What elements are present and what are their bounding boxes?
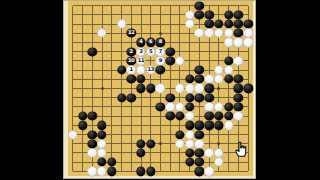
board-intersection[interactable] — [195, 10, 205, 19]
board-intersection[interactable] — [68, 65, 78, 74]
board-intersection[interactable] — [234, 102, 244, 111]
board-intersection[interactable] — [156, 93, 166, 102]
board-intersection[interactable] — [107, 38, 117, 47]
board-intersection[interactable] — [234, 121, 244, 130]
board-intersection[interactable] — [234, 75, 244, 84]
board-intersection[interactable] — [107, 47, 117, 56]
board-intersection[interactable] — [107, 102, 117, 111]
board-intersection[interactable]: 13 — [146, 65, 156, 74]
board-intersection[interactable] — [165, 75, 175, 84]
board-intersection[interactable] — [214, 130, 224, 139]
board-intersection[interactable] — [156, 19, 166, 28]
board-intersection[interactable] — [126, 158, 136, 167]
board-intersection[interactable] — [175, 47, 185, 56]
board-intersection[interactable] — [204, 121, 214, 130]
board-intersection[interactable] — [195, 75, 205, 84]
board-intersection[interactable] — [175, 158, 185, 167]
board-intersection[interactable] — [156, 29, 166, 38]
board-intersection[interactable] — [243, 1, 253, 10]
board-intersection[interactable] — [117, 112, 127, 121]
board-intersection[interactable] — [136, 10, 146, 19]
board-intersection[interactable] — [87, 158, 97, 167]
board-intersection[interactable] — [214, 167, 224, 176]
board-intersection[interactable] — [107, 19, 117, 28]
board-intersection[interactable] — [243, 10, 253, 19]
board-intersection[interactable] — [117, 75, 127, 84]
board-intersection[interactable] — [68, 112, 78, 121]
board-intersection[interactable] — [165, 47, 175, 56]
board-intersection[interactable] — [175, 29, 185, 38]
board-intersection[interactable] — [243, 93, 253, 102]
board-intersection[interactable] — [107, 56, 117, 65]
board-intersection[interactable] — [195, 102, 205, 111]
board-intersection[interactable] — [185, 75, 195, 84]
board-intersection[interactable] — [165, 130, 175, 139]
board-intersection[interactable] — [214, 121, 224, 130]
board-intersection[interactable] — [243, 130, 253, 139]
board-intersection[interactable]: 12 — [126, 29, 136, 38]
board-intersection[interactable] — [146, 130, 156, 139]
board-intersection[interactable] — [136, 29, 146, 38]
board-intersection[interactable] — [126, 10, 136, 19]
board-intersection[interactable] — [97, 130, 107, 139]
board-intersection[interactable] — [117, 19, 127, 28]
board-intersection[interactable] — [136, 139, 146, 148]
board-intersection[interactable] — [136, 1, 146, 10]
board-intersection[interactable] — [165, 148, 175, 157]
board-intersection[interactable] — [234, 10, 244, 19]
board-intersection[interactable] — [195, 29, 205, 38]
board-intersection[interactable] — [126, 112, 136, 121]
board-intersection[interactable] — [214, 148, 224, 157]
board-intersection[interactable] — [97, 93, 107, 102]
board-intersection[interactable] — [107, 10, 117, 19]
board-intersection[interactable] — [224, 93, 234, 102]
board-intersection[interactable]: 7 — [156, 47, 166, 56]
board-intersection[interactable] — [126, 84, 136, 93]
board-intersection[interactable] — [234, 167, 244, 176]
board-intersection[interactable] — [117, 1, 127, 10]
board-intersection[interactable] — [78, 75, 88, 84]
board-intersection[interactable]: 2 — [126, 47, 136, 56]
board-intersection[interactable] — [214, 84, 224, 93]
board-intersection[interactable] — [165, 65, 175, 74]
board-intersection[interactable] — [175, 38, 185, 47]
board-intersection[interactable] — [97, 29, 107, 38]
board-intersection[interactable] — [165, 158, 175, 167]
board-intersection[interactable] — [68, 84, 78, 93]
board-intersection[interactable] — [224, 112, 234, 121]
board-intersection[interactable]: 8 — [156, 38, 166, 47]
board-intersection[interactable] — [195, 1, 205, 10]
board-intersection[interactable] — [204, 158, 214, 167]
board-intersection[interactable] — [97, 112, 107, 121]
board-intersection[interactable] — [185, 148, 195, 157]
board-intersection[interactable] — [136, 84, 146, 93]
board-intersection[interactable] — [204, 38, 214, 47]
board-intersection[interactable] — [107, 167, 117, 176]
board-intersection[interactable] — [156, 158, 166, 167]
board-intersection[interactable] — [126, 93, 136, 102]
board-intersection[interactable] — [195, 121, 205, 130]
board-intersection[interactable] — [146, 19, 156, 28]
board-intersection[interactable] — [68, 29, 78, 38]
board-intersection[interactable] — [165, 10, 175, 19]
board-intersection[interactable] — [68, 56, 78, 65]
board-intersection[interactable] — [214, 75, 224, 84]
board-intersection[interactable] — [224, 167, 234, 176]
board-intersection[interactable] — [185, 84, 195, 93]
board-intersection[interactable] — [165, 102, 175, 111]
board-intersection[interactable] — [117, 158, 127, 167]
board-intersection[interactable] — [107, 93, 117, 102]
board-intersection[interactable] — [117, 139, 127, 148]
board-intersection[interactable] — [87, 47, 97, 56]
board-intersection[interactable]: 10 — [126, 56, 136, 65]
board-intersection[interactable] — [175, 19, 185, 28]
board-intersection[interactable] — [97, 167, 107, 176]
board-intersection[interactable] — [146, 1, 156, 10]
board-intersection[interactable] — [107, 75, 117, 84]
board-intersection[interactable] — [204, 75, 214, 84]
board-intersection[interactable] — [214, 65, 224, 74]
board-intersection[interactable] — [204, 84, 214, 93]
board-intersection[interactable] — [126, 75, 136, 84]
board-intersection[interactable] — [78, 93, 88, 102]
board-intersection[interactable] — [107, 130, 117, 139]
board-intersection[interactable] — [117, 56, 127, 65]
board-intersection[interactable] — [165, 56, 175, 65]
board-intersection[interactable] — [97, 1, 107, 10]
board-intersection[interactable] — [185, 1, 195, 10]
board-intersection[interactable] — [214, 139, 224, 148]
board-intersection[interactable] — [97, 38, 107, 47]
board-intersection[interactable] — [68, 1, 78, 10]
board-intersection[interactable] — [204, 130, 214, 139]
board-intersection[interactable] — [243, 19, 253, 28]
board-intersection[interactable] — [243, 29, 253, 38]
board-intersection[interactable] — [146, 148, 156, 157]
board-intersection[interactable] — [68, 158, 78, 167]
board-intersection[interactable] — [156, 102, 166, 111]
board-intersection[interactable] — [117, 121, 127, 130]
board-intersection[interactable] — [185, 56, 195, 65]
board-intersection[interactable] — [117, 130, 127, 139]
board-intersection[interactable] — [97, 10, 107, 19]
board-intersection[interactable] — [97, 65, 107, 74]
board-intersection[interactable] — [204, 112, 214, 121]
board-intersection[interactable] — [97, 158, 107, 167]
board-intersection[interactable] — [146, 56, 156, 65]
board-intersection[interactable] — [243, 167, 253, 176]
board-intersection[interactable] — [195, 130, 205, 139]
board-intersection[interactable] — [146, 84, 156, 93]
board-intersection[interactable] — [68, 167, 78, 176]
board-intersection[interactable] — [87, 112, 97, 121]
board-intersection[interactable] — [243, 47, 253, 56]
board-intersection[interactable] — [195, 158, 205, 167]
board-intersection[interactable] — [78, 84, 88, 93]
board-intersection[interactable] — [78, 139, 88, 148]
board-intersection[interactable] — [87, 19, 97, 28]
board-intersection[interactable] — [165, 167, 175, 176]
board-intersection[interactable] — [204, 65, 214, 74]
board-intersection[interactable] — [87, 84, 97, 93]
board-intersection[interactable] — [117, 47, 127, 56]
board-intersection[interactable] — [87, 121, 97, 130]
board-intersection[interactable] — [136, 158, 146, 167]
board-intersection[interactable] — [146, 75, 156, 84]
board-intersection[interactable] — [243, 65, 253, 74]
board-intersection[interactable] — [78, 1, 88, 10]
board-intersection[interactable]: 5 — [146, 47, 156, 56]
board-intersection[interactable] — [195, 139, 205, 148]
board-intersection[interactable] — [234, 56, 244, 65]
board-intersection[interactable] — [214, 38, 224, 47]
board-intersection[interactable] — [117, 10, 127, 19]
board-intersection[interactable] — [243, 56, 253, 65]
board-intersection[interactable]: 6 — [146, 38, 156, 47]
board-intersection[interactable] — [136, 75, 146, 84]
board-intersection[interactable] — [156, 121, 166, 130]
board-intersection[interactable] — [165, 139, 175, 148]
board-intersection[interactable] — [97, 139, 107, 148]
board-intersection[interactable] — [78, 29, 88, 38]
board-intersection[interactable] — [78, 112, 88, 121]
board-intersection[interactable] — [156, 84, 166, 93]
board-intersection[interactable] — [224, 19, 234, 28]
board-intersection[interactable] — [146, 102, 156, 111]
board-intersection[interactable] — [214, 158, 224, 167]
board-intersection[interactable] — [185, 47, 195, 56]
board-intersection[interactable] — [78, 10, 88, 19]
board-intersection[interactable] — [156, 130, 166, 139]
board-intersection[interactable] — [224, 102, 234, 111]
board-intersection[interactable] — [78, 148, 88, 157]
board-intersection[interactable] — [234, 1, 244, 10]
board-intersection[interactable] — [87, 38, 97, 47]
board-intersection[interactable] — [224, 29, 234, 38]
board-intersection[interactable] — [146, 139, 156, 148]
board-intersection[interactable] — [156, 1, 166, 10]
board-intersection[interactable] — [175, 10, 185, 19]
board-intersection[interactable] — [195, 148, 205, 157]
board-intersection[interactable] — [165, 112, 175, 121]
board-intersection[interactable] — [234, 38, 244, 47]
board-intersection[interactable] — [136, 148, 146, 157]
board-intersection[interactable] — [78, 121, 88, 130]
board-intersection[interactable] — [126, 167, 136, 176]
board-intersection[interactable] — [136, 112, 146, 121]
board-intersection[interactable] — [224, 1, 234, 10]
board-intersection[interactable] — [107, 65, 117, 74]
board-intersection[interactable] — [175, 102, 185, 111]
board-intersection[interactable] — [243, 75, 253, 84]
board-intersection[interactable] — [204, 93, 214, 102]
board-intersection[interactable] — [175, 148, 185, 157]
board-intersection[interactable] — [165, 38, 175, 47]
board-intersection[interactable] — [87, 102, 97, 111]
board-intersection[interactable] — [204, 1, 214, 10]
board-intersection[interactable] — [78, 38, 88, 47]
board-intersection[interactable] — [214, 19, 224, 28]
board-intersection[interactable] — [126, 102, 136, 111]
board-intersection[interactable] — [224, 130, 234, 139]
board-intersection[interactable]: 9 — [156, 56, 166, 65]
board-intersection[interactable] — [214, 112, 224, 121]
board-intersection[interactable] — [68, 93, 78, 102]
board-intersection[interactable] — [214, 10, 224, 19]
board-intersection[interactable] — [68, 121, 78, 130]
board-intersection[interactable] — [243, 121, 253, 130]
board-intersection[interactable] — [224, 121, 234, 130]
board-intersection[interactable] — [224, 47, 234, 56]
board-intersection[interactable] — [204, 139, 214, 148]
board-intersection[interactable] — [185, 10, 195, 19]
board-intersection[interactable] — [146, 158, 156, 167]
board-intersection[interactable] — [87, 56, 97, 65]
board-intersection[interactable] — [156, 139, 166, 148]
board-intersection[interactable] — [243, 84, 253, 93]
board-intersection[interactable] — [234, 29, 244, 38]
board-intersection[interactable] — [78, 167, 88, 176]
board-intersection[interactable] — [185, 19, 195, 28]
board-intersection[interactable] — [126, 139, 136, 148]
board-intersection[interactable] — [204, 167, 214, 176]
board-intersection[interactable] — [87, 1, 97, 10]
board-intersection[interactable] — [136, 167, 146, 176]
board-intersection[interactable] — [185, 139, 195, 148]
board-intersection[interactable] — [78, 19, 88, 28]
board-intersection[interactable] — [107, 121, 117, 130]
board-intersection[interactable] — [126, 148, 136, 157]
board-intersection[interactable] — [146, 121, 156, 130]
board-intersection[interactable] — [234, 65, 244, 74]
board-intersection[interactable] — [234, 19, 244, 28]
board-intersection[interactable] — [175, 65, 185, 74]
board-intersection[interactable] — [175, 139, 185, 148]
board-intersection[interactable] — [117, 167, 127, 176]
board-intersection[interactable] — [234, 84, 244, 93]
board-intersection[interactable] — [136, 65, 146, 74]
board-intersection[interactable] — [214, 102, 224, 111]
board-intersection[interactable] — [214, 1, 224, 10]
board-intersection[interactable] — [146, 93, 156, 102]
board-intersection[interactable] — [87, 148, 97, 157]
board-intersection[interactable] — [195, 65, 205, 74]
board-intersection[interactable] — [78, 158, 88, 167]
board-intersection[interactable] — [87, 139, 97, 148]
board-intersection[interactable] — [204, 102, 214, 111]
board-intersection[interactable] — [68, 47, 78, 56]
board-intersection[interactable] — [204, 47, 214, 56]
board-intersection[interactable] — [195, 93, 205, 102]
board-intersection[interactable] — [117, 102, 127, 111]
board-intersection[interactable] — [126, 38, 136, 47]
board-intersection[interactable] — [68, 10, 78, 19]
board-intersection[interactable] — [175, 130, 185, 139]
board-intersection[interactable] — [214, 29, 224, 38]
board-intersection[interactable] — [234, 112, 244, 121]
board-intersection[interactable] — [117, 84, 127, 93]
board-intersection[interactable] — [175, 75, 185, 84]
board-intersection[interactable] — [224, 75, 234, 84]
board-intersection[interactable] — [175, 112, 185, 121]
board-intersection[interactable] — [165, 121, 175, 130]
go-board[interactable]: 12468235710119113 — [68, 1, 253, 176]
board-intersection[interactable] — [156, 75, 166, 84]
board-intersection[interactable] — [195, 47, 205, 56]
board-intersection[interactable] — [78, 102, 88, 111]
board-intersection[interactable] — [224, 65, 234, 74]
board-intersection[interactable] — [97, 84, 107, 93]
board-intersection[interactable] — [243, 102, 253, 111]
board-intersection[interactable] — [136, 130, 146, 139]
board-intersection[interactable] — [126, 19, 136, 28]
board-intersection[interactable]: 3 — [136, 47, 146, 56]
board-intersection[interactable] — [87, 10, 97, 19]
board-intersection[interactable] — [117, 29, 127, 38]
board-intersection[interactable]: 1 — [126, 65, 136, 74]
board-intersection[interactable] — [68, 38, 78, 47]
board-intersection[interactable] — [224, 38, 234, 47]
board-intersection[interactable] — [126, 1, 136, 10]
board-intersection[interactable] — [87, 130, 97, 139]
board-intersection[interactable] — [185, 65, 195, 74]
board-intersection[interactable] — [146, 10, 156, 19]
board-intersection[interactable] — [117, 65, 127, 74]
board-intersection[interactable] — [146, 112, 156, 121]
board-intersection[interactable] — [136, 19, 146, 28]
board-intersection[interactable] — [117, 38, 127, 47]
board-intersection[interactable] — [97, 56, 107, 65]
board-intersection[interactable] — [136, 102, 146, 111]
board-intersection[interactable] — [204, 19, 214, 28]
board-intersection[interactable] — [68, 102, 78, 111]
board-intersection[interactable] — [185, 158, 195, 167]
board-intersection[interactable] — [78, 130, 88, 139]
board-intersection[interactable] — [195, 38, 205, 47]
board-intersection[interactable] — [78, 65, 88, 74]
board-intersection[interactable] — [165, 1, 175, 10]
board-intersection[interactable] — [87, 167, 97, 176]
board-intersection[interactable] — [214, 56, 224, 65]
board-intersection[interactable] — [195, 167, 205, 176]
board-intersection[interactable]: 4 — [136, 38, 146, 47]
board-intersection[interactable] — [68, 19, 78, 28]
board-intersection[interactable] — [185, 102, 195, 111]
board-intersection[interactable] — [68, 139, 78, 148]
board-intersection[interactable] — [97, 47, 107, 56]
board-intersection[interactable] — [107, 158, 117, 167]
board-intersection[interactable] — [97, 19, 107, 28]
board-intersection[interactable] — [243, 112, 253, 121]
board-intersection[interactable] — [214, 93, 224, 102]
board-intersection[interactable] — [204, 56, 214, 65]
board-intersection[interactable] — [165, 19, 175, 28]
board-intersection[interactable] — [68, 75, 78, 84]
board-intersection[interactable] — [185, 93, 195, 102]
board-intersection[interactable] — [156, 167, 166, 176]
board-intersection[interactable] — [185, 130, 195, 139]
board-intersection[interactable] — [97, 148, 107, 157]
board-intersection[interactable] — [97, 121, 107, 130]
board-intersection[interactable] — [234, 130, 244, 139]
board-intersection[interactable] — [185, 167, 195, 176]
board-intersection[interactable] — [78, 47, 88, 56]
board-intersection[interactable] — [107, 139, 117, 148]
board-intersection[interactable] — [224, 158, 234, 167]
